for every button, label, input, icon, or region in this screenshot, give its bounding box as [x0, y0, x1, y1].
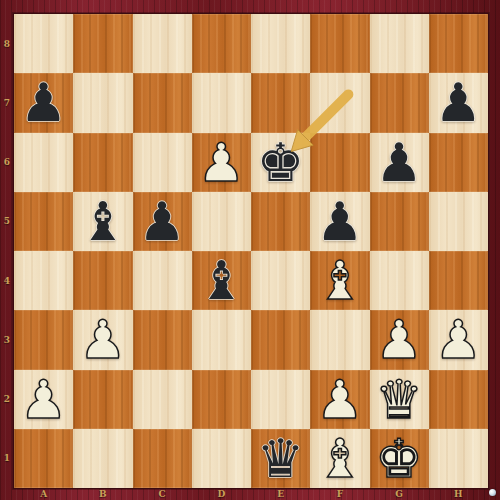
white-pawn-g3[interactable]: ♟ — [375, 310, 423, 369]
file-label-d: D — [192, 487, 251, 500]
square-f4[interactable]: ♝ — [310, 251, 369, 310]
square-d1[interactable] — [192, 429, 251, 488]
square-f1[interactable]: ♝ — [310, 429, 369, 488]
square-h7[interactable]: ♟ — [429, 73, 488, 132]
square-b5[interactable]: ♝ — [73, 192, 132, 251]
square-c5[interactable]: ♟ — [133, 192, 192, 251]
square-h2[interactable] — [429, 370, 488, 429]
rank-label-1: 1 — [0, 429, 14, 488]
square-c3[interactable] — [133, 310, 192, 369]
square-b3[interactable]: ♟ — [73, 310, 132, 369]
square-g2[interactable]: ♛ — [370, 370, 429, 429]
square-f8[interactable] — [310, 14, 369, 73]
square-f6[interactable] — [310, 133, 369, 192]
white-pawn-b3[interactable]: ♟ — [79, 310, 127, 369]
white-pawn-h3[interactable]: ♟ — [435, 310, 483, 369]
square-c4[interactable] — [133, 251, 192, 310]
white-bishop-f4[interactable]: ♝ — [316, 251, 364, 310]
square-h6[interactable] — [429, 133, 488, 192]
square-d2[interactable] — [192, 370, 251, 429]
black-bishop-b5[interactable]: ♝ — [79, 192, 127, 251]
file-labels: ABCDEFGH — [14, 487, 488, 500]
square-f2[interactable]: ♟ — [310, 370, 369, 429]
square-e6[interactable]: ♚ — [251, 133, 310, 192]
square-a1[interactable] — [14, 429, 73, 488]
file-label-g: G — [370, 487, 429, 500]
white-bishop-f1[interactable]: ♝ — [316, 429, 364, 488]
black-queen-e1[interactable]: ♛ — [257, 429, 305, 488]
square-b2[interactable] — [73, 370, 132, 429]
square-c1[interactable] — [133, 429, 192, 488]
square-c8[interactable] — [133, 14, 192, 73]
square-e8[interactable] — [251, 14, 310, 73]
square-d7[interactable] — [192, 73, 251, 132]
square-g8[interactable] — [370, 14, 429, 73]
square-e4[interactable] — [251, 251, 310, 310]
square-g5[interactable] — [370, 192, 429, 251]
square-e1[interactable]: ♛ — [251, 429, 310, 488]
square-f5[interactable]: ♟ — [310, 192, 369, 251]
white-queen-g2[interactable]: ♛ — [375, 370, 423, 429]
square-e7[interactable] — [251, 73, 310, 132]
square-c6[interactable] — [133, 133, 192, 192]
square-d3[interactable] — [192, 310, 251, 369]
file-label-f: F — [310, 487, 369, 500]
black-king-e6[interactable]: ♚ — [257, 133, 305, 192]
square-a8[interactable] — [14, 14, 73, 73]
rank-label-7: 7 — [0, 73, 14, 132]
black-bishop-d4[interactable]: ♝ — [198, 251, 246, 310]
white-pawn-f2[interactable]: ♟ — [316, 370, 364, 429]
file-label-h: H — [429, 487, 488, 500]
square-g6[interactable]: ♟ — [370, 133, 429, 192]
square-b6[interactable] — [73, 133, 132, 192]
white-pawn-d6[interactable]: ♟ — [198, 133, 246, 192]
square-d5[interactable] — [192, 192, 251, 251]
square-a2[interactable]: ♟ — [14, 370, 73, 429]
square-a6[interactable] — [14, 133, 73, 192]
square-f7[interactable] — [310, 73, 369, 132]
rank-label-6: 6 — [0, 133, 14, 192]
square-c7[interactable] — [133, 73, 192, 132]
black-pawn-g6[interactable]: ♟ — [375, 133, 423, 192]
rank-labels: 87654321 — [0, 14, 14, 488]
rank-label-2: 2 — [0, 370, 14, 429]
square-e2[interactable] — [251, 370, 310, 429]
square-e5[interactable] — [251, 192, 310, 251]
square-a3[interactable] — [14, 310, 73, 369]
square-b1[interactable] — [73, 429, 132, 488]
square-b4[interactable] — [73, 251, 132, 310]
square-f3[interactable] — [310, 310, 369, 369]
chessboard-frame: ♟♟♟♚♟♝♟♟♝♝♟♟♟♟♟♛♛♝♚ 87654321 ABCDEFGH — [0, 0, 500, 500]
rank-label-4: 4 — [0, 251, 14, 310]
corner-dot-decoration — [489, 489, 496, 496]
square-a4[interactable] — [14, 251, 73, 310]
file-label-e: E — [251, 487, 310, 500]
file-label-c: C — [133, 487, 192, 500]
square-g4[interactable] — [370, 251, 429, 310]
black-pawn-f5[interactable]: ♟ — [316, 192, 364, 251]
square-h8[interactable] — [429, 14, 488, 73]
rank-label-5: 5 — [0, 192, 14, 251]
square-h3[interactable]: ♟ — [429, 310, 488, 369]
file-label-a: A — [14, 487, 73, 500]
square-a5[interactable] — [14, 192, 73, 251]
square-g1[interactable]: ♚ — [370, 429, 429, 488]
square-c2[interactable] — [133, 370, 192, 429]
square-h4[interactable] — [429, 251, 488, 310]
square-g3[interactable]: ♟ — [370, 310, 429, 369]
square-h1[interactable] — [429, 429, 488, 488]
square-e3[interactable] — [251, 310, 310, 369]
square-b8[interactable] — [73, 14, 132, 73]
white-king-g1[interactable]: ♚ — [375, 429, 423, 488]
black-pawn-a7[interactable]: ♟ — [20, 73, 68, 132]
chess-board[interactable]: ♟♟♟♚♟♝♟♟♝♝♟♟♟♟♟♛♛♝♚ — [14, 14, 488, 488]
square-d8[interactable] — [192, 14, 251, 73]
square-h5[interactable] — [429, 192, 488, 251]
black-pawn-c5[interactable]: ♟ — [138, 192, 186, 251]
square-b7[interactable] — [73, 73, 132, 132]
rank-label-8: 8 — [0, 14, 14, 73]
rank-label-3: 3 — [0, 310, 14, 369]
file-label-b: B — [73, 487, 132, 500]
square-g7[interactable] — [370, 73, 429, 132]
white-pawn-a2[interactable]: ♟ — [20, 370, 68, 429]
black-pawn-h7[interactable]: ♟ — [435, 73, 483, 132]
square-a7[interactable]: ♟ — [14, 73, 73, 132]
square-d6[interactable]: ♟ — [192, 133, 251, 192]
square-d4[interactable]: ♝ — [192, 251, 251, 310]
